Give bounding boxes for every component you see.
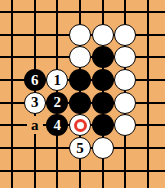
stone-white-move-3[interactable]: 3 [24, 92, 46, 114]
stone-white-move-1[interactable]: 1 [46, 69, 68, 91]
red-circle-marker [74, 119, 87, 132]
move-number-label: 4 [54, 118, 62, 133]
stone-white-move-5[interactable]: 5 [69, 137, 91, 159]
stone-white[interactable] [92, 24, 114, 46]
stone-black-move-2[interactable]: 2 [46, 92, 68, 114]
grid-vline [147, 0, 149, 188]
stone-white[interactable] [114, 69, 136, 91]
move-number-label: 2 [54, 95, 62, 110]
stone-white[interactable] [114, 46, 136, 68]
grid-vline [11, 0, 13, 188]
go-diagram: 613245a [0, 0, 165, 188]
move-number-label: 5 [76, 141, 84, 156]
stone-black[interactable] [92, 92, 114, 114]
move-number-label: 6 [31, 73, 39, 88]
stone-black[interactable] [69, 92, 91, 114]
grid-hline [0, 11, 165, 13]
stone-white[interactable] [114, 24, 136, 46]
stone-black[interactable] [69, 69, 91, 91]
stone-black-move-4[interactable]: 4 [46, 114, 68, 136]
stone-white[interactable] [69, 46, 91, 68]
stone-white[interactable] [114, 114, 136, 136]
grid-hline [0, 170, 165, 172]
stone-white[interactable] [92, 137, 114, 159]
stone-black-move-6[interactable]: 6 [24, 69, 46, 91]
move-number-label: 1 [54, 73, 62, 88]
stone-black[interactable] [92, 114, 114, 136]
stone-white-circled[interactable] [69, 114, 91, 136]
stone-white[interactable] [114, 92, 136, 114]
stone-black[interactable] [92, 46, 114, 68]
point-label-a[interactable]: a [27, 116, 43, 134]
move-number-label: 3 [31, 95, 39, 110]
stone-black[interactable] [92, 69, 114, 91]
stone-white[interactable] [69, 24, 91, 46]
go-board: 613245a [0, 0, 165, 188]
